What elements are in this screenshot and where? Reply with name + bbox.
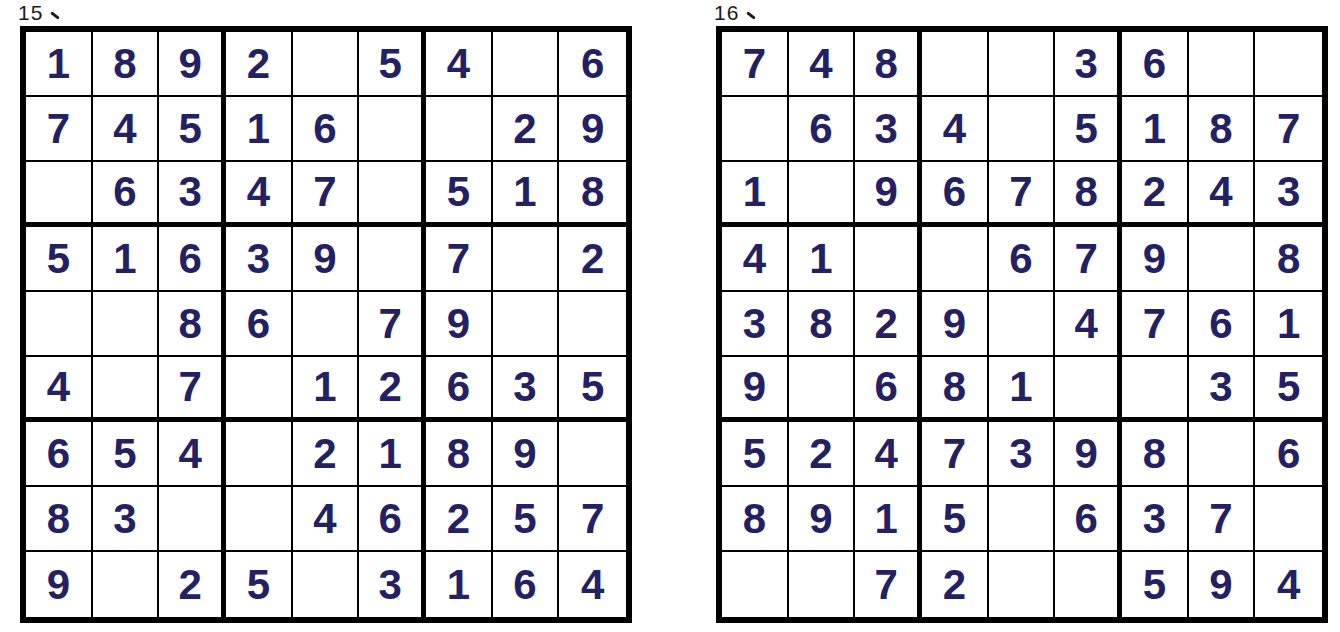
given-digit-cell: 1 bbox=[855, 487, 922, 552]
empty-cell bbox=[989, 97, 1056, 162]
given-digit-cell: 1 bbox=[426, 552, 493, 617]
empty-cell bbox=[1189, 422, 1256, 487]
given-digit-cell: 9 bbox=[1122, 227, 1189, 292]
puzzle-number-label: 15 bbox=[16, 0, 632, 26]
given-digit-cell: 9 bbox=[789, 487, 856, 552]
given-digit-cell: 2 bbox=[855, 292, 922, 357]
empty-cell bbox=[359, 97, 426, 162]
given-digit-cell: 1 bbox=[493, 162, 560, 227]
empty-cell bbox=[1189, 32, 1256, 97]
ideographic-comma-mark bbox=[746, 11, 756, 20]
given-digit-cell: 4 bbox=[922, 97, 989, 162]
given-digit-cell: 2 bbox=[293, 422, 360, 487]
empty-cell bbox=[93, 357, 160, 422]
empty-cell bbox=[1122, 357, 1189, 422]
given-digit-cell: 7 bbox=[559, 487, 626, 552]
given-digit-cell: 6 bbox=[989, 227, 1056, 292]
empty-cell bbox=[293, 552, 360, 617]
sudoku-board: 7483663451871967824341679838294761968135… bbox=[716, 26, 1328, 623]
given-digit-cell: 5 bbox=[426, 162, 493, 227]
empty-cell bbox=[1255, 32, 1322, 97]
given-digit-cell: 8 bbox=[93, 32, 160, 97]
given-digit-cell: 6 bbox=[493, 552, 560, 617]
given-digit-cell: 2 bbox=[789, 422, 856, 487]
given-digit-cell: 2 bbox=[493, 97, 560, 162]
given-digit-cell: 5 bbox=[493, 487, 560, 552]
given-digit-cell: 7 bbox=[26, 97, 93, 162]
given-digit-cell: 5 bbox=[1055, 97, 1122, 162]
empty-cell bbox=[226, 422, 293, 487]
given-digit-cell: 6 bbox=[159, 227, 226, 292]
given-digit-cell: 3 bbox=[1255, 162, 1322, 227]
empty-cell bbox=[989, 552, 1056, 617]
given-digit-cell: 6 bbox=[559, 32, 626, 97]
given-digit-cell: 4 bbox=[93, 97, 160, 162]
given-digit-cell: 3 bbox=[989, 422, 1056, 487]
given-digit-cell: 3 bbox=[159, 162, 226, 227]
sudoku-board: 1892546745162963475185163972867947126356… bbox=[20, 26, 632, 623]
given-digit-cell: 7 bbox=[293, 162, 360, 227]
empty-cell bbox=[722, 97, 789, 162]
given-digit-cell: 3 bbox=[1189, 357, 1256, 422]
empty-cell bbox=[26, 292, 93, 357]
given-digit-cell: 8 bbox=[922, 357, 989, 422]
given-digit-cell: 8 bbox=[1255, 227, 1322, 292]
given-digit-cell: 5 bbox=[159, 97, 226, 162]
empty-cell bbox=[1055, 552, 1122, 617]
empty-cell bbox=[722, 552, 789, 617]
empty-cell bbox=[922, 227, 989, 292]
given-digit-cell: 4 bbox=[855, 422, 922, 487]
empty-cell bbox=[293, 292, 360, 357]
given-digit-cell: 9 bbox=[922, 292, 989, 357]
given-digit-cell: 5 bbox=[722, 422, 789, 487]
given-digit-cell: 9 bbox=[26, 552, 93, 617]
empty-cell bbox=[1055, 357, 1122, 422]
empty-cell bbox=[359, 162, 426, 227]
empty-cell bbox=[789, 357, 856, 422]
sudoku-puzzle-16: 16 7483663451871967824341679838294761968… bbox=[712, 0, 1328, 623]
sudoku-puzzle-15: 15 1892546745162963475185163972867947126… bbox=[16, 0, 632, 623]
given-digit-cell: 7 bbox=[855, 552, 922, 617]
given-digit-cell: 5 bbox=[26, 227, 93, 292]
puzzle-number-label: 16 bbox=[712, 0, 1328, 26]
given-digit-cell: 1 bbox=[1255, 292, 1322, 357]
given-digit-cell: 1 bbox=[293, 357, 360, 422]
given-digit-cell: 7 bbox=[1189, 487, 1256, 552]
given-digit-cell: 2 bbox=[922, 552, 989, 617]
given-digit-cell: 6 bbox=[855, 357, 922, 422]
given-digit-cell: 2 bbox=[226, 32, 293, 97]
given-digit-cell: 8 bbox=[722, 487, 789, 552]
given-digit-cell: 4 bbox=[26, 357, 93, 422]
given-digit-cell: 4 bbox=[559, 552, 626, 617]
given-digit-cell: 9 bbox=[293, 227, 360, 292]
given-digit-cell: 9 bbox=[722, 357, 789, 422]
empty-cell bbox=[989, 292, 1056, 357]
empty-cell bbox=[1255, 487, 1322, 552]
given-digit-cell: 5 bbox=[93, 422, 160, 487]
given-digit-cell: 1 bbox=[93, 227, 160, 292]
given-digit-cell: 4 bbox=[722, 227, 789, 292]
given-digit-cell: 3 bbox=[1055, 32, 1122, 97]
given-digit-cell: 2 bbox=[559, 227, 626, 292]
given-digit-cell: 6 bbox=[93, 162, 160, 227]
given-digit-cell: 6 bbox=[426, 357, 493, 422]
given-digit-cell: 7 bbox=[1122, 292, 1189, 357]
given-digit-cell: 6 bbox=[226, 292, 293, 357]
given-digit-cell: 3 bbox=[493, 357, 560, 422]
given-digit-cell: 3 bbox=[226, 227, 293, 292]
given-digit-cell: 7 bbox=[989, 162, 1056, 227]
puzzle-number: 15 bbox=[18, 1, 43, 25]
given-digit-cell: 4 bbox=[1255, 552, 1322, 617]
given-digit-cell: 1 bbox=[226, 97, 293, 162]
empty-cell bbox=[493, 292, 560, 357]
given-digit-cell: 8 bbox=[159, 292, 226, 357]
given-digit-cell: 5 bbox=[922, 487, 989, 552]
given-digit-cell: 1 bbox=[789, 227, 856, 292]
given-digit-cell: 3 bbox=[1122, 487, 1189, 552]
empty-cell bbox=[226, 357, 293, 422]
given-digit-cell: 2 bbox=[1122, 162, 1189, 227]
given-digit-cell: 6 bbox=[1189, 292, 1256, 357]
given-digit-cell: 3 bbox=[359, 552, 426, 617]
given-digit-cell: 6 bbox=[1055, 487, 1122, 552]
empty-cell bbox=[789, 552, 856, 617]
given-digit-cell: 3 bbox=[722, 292, 789, 357]
empty-cell bbox=[93, 292, 160, 357]
given-digit-cell: 7 bbox=[922, 422, 989, 487]
empty-cell bbox=[426, 97, 493, 162]
given-digit-cell: 4 bbox=[226, 162, 293, 227]
given-digit-cell: 4 bbox=[159, 422, 226, 487]
given-digit-cell: 9 bbox=[1189, 552, 1256, 617]
empty-cell bbox=[922, 32, 989, 97]
given-digit-cell: 4 bbox=[789, 32, 856, 97]
empty-cell bbox=[26, 162, 93, 227]
empty-cell bbox=[989, 487, 1056, 552]
given-digit-cell: 8 bbox=[559, 162, 626, 227]
empty-cell bbox=[159, 487, 226, 552]
given-digit-cell: 8 bbox=[855, 32, 922, 97]
page: 15 1892546745162963475185163972867947126… bbox=[0, 0, 1340, 632]
given-digit-cell: 6 bbox=[1255, 422, 1322, 487]
given-digit-cell: 7 bbox=[426, 227, 493, 292]
given-digit-cell: 9 bbox=[855, 162, 922, 227]
given-digit-cell: 6 bbox=[26, 422, 93, 487]
given-digit-cell: 3 bbox=[93, 487, 160, 552]
given-digit-cell: 9 bbox=[159, 32, 226, 97]
puzzle-number: 16 bbox=[714, 1, 739, 25]
given-digit-cell: 1 bbox=[1122, 97, 1189, 162]
given-digit-cell: 8 bbox=[789, 292, 856, 357]
given-digit-cell: 4 bbox=[1189, 162, 1256, 227]
empty-cell bbox=[989, 32, 1056, 97]
given-digit-cell: 9 bbox=[559, 97, 626, 162]
given-digit-cell: 5 bbox=[359, 32, 426, 97]
given-digit-cell: 4 bbox=[1055, 292, 1122, 357]
given-digit-cell: 6 bbox=[789, 97, 856, 162]
given-digit-cell: 2 bbox=[359, 357, 426, 422]
empty-cell bbox=[493, 227, 560, 292]
given-digit-cell: 7 bbox=[159, 357, 226, 422]
ideographic-comma-mark bbox=[50, 11, 60, 20]
empty-cell bbox=[559, 292, 626, 357]
empty-cell bbox=[359, 227, 426, 292]
given-digit-cell: 4 bbox=[426, 32, 493, 97]
empty-cell bbox=[789, 162, 856, 227]
empty-cell bbox=[493, 32, 560, 97]
given-digit-cell: 5 bbox=[559, 357, 626, 422]
given-digit-cell: 5 bbox=[1255, 357, 1322, 422]
empty-cell bbox=[93, 552, 160, 617]
given-digit-cell: 1 bbox=[722, 162, 789, 227]
given-digit-cell: 6 bbox=[293, 97, 360, 162]
given-digit-cell: 9 bbox=[426, 292, 493, 357]
given-digit-cell: 9 bbox=[1055, 422, 1122, 487]
given-digit-cell: 7 bbox=[1255, 97, 1322, 162]
given-digit-cell: 6 bbox=[922, 162, 989, 227]
empty-cell bbox=[293, 32, 360, 97]
given-digit-cell: 3 bbox=[855, 97, 922, 162]
given-digit-cell: 7 bbox=[1055, 227, 1122, 292]
given-digit-cell: 8 bbox=[26, 487, 93, 552]
given-digit-cell: 7 bbox=[359, 292, 426, 357]
given-digit-cell: 2 bbox=[426, 487, 493, 552]
given-digit-cell: 2 bbox=[159, 552, 226, 617]
given-digit-cell: 1 bbox=[359, 422, 426, 487]
given-digit-cell: 6 bbox=[359, 487, 426, 552]
given-digit-cell: 6 bbox=[1122, 32, 1189, 97]
given-digit-cell: 7 bbox=[722, 32, 789, 97]
empty-cell bbox=[855, 227, 922, 292]
empty-cell bbox=[559, 422, 626, 487]
given-digit-cell: 8 bbox=[1189, 97, 1256, 162]
given-digit-cell: 1 bbox=[26, 32, 93, 97]
given-digit-cell: 5 bbox=[226, 552, 293, 617]
given-digit-cell: 8 bbox=[426, 422, 493, 487]
empty-cell bbox=[226, 487, 293, 552]
given-digit-cell: 8 bbox=[1055, 162, 1122, 227]
given-digit-cell: 8 bbox=[1122, 422, 1189, 487]
given-digit-cell: 1 bbox=[989, 357, 1056, 422]
given-digit-cell: 9 bbox=[493, 422, 560, 487]
given-digit-cell: 5 bbox=[1122, 552, 1189, 617]
given-digit-cell: 4 bbox=[293, 487, 360, 552]
empty-cell bbox=[1189, 227, 1256, 292]
